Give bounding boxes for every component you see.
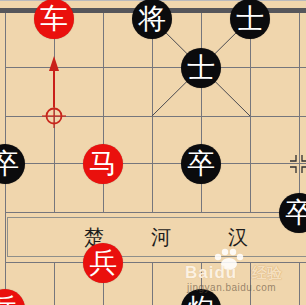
- piece-马-red[interactable]: 马: [83, 144, 123, 184]
- board-cell: [251, 263, 300, 305]
- river-char: 河: [150, 226, 172, 248]
- board-cell: [251, 68, 300, 117]
- xiangqi-board: [5, 13, 306, 305]
- xiangqi-board-screenshot: 楚河汉 车将士士卒马卒卒兵兵炮: [0, 0, 306, 305]
- board-cell: [6, 68, 55, 117]
- board-cell: [300, 263, 306, 305]
- piece-卒-black[interactable]: 卒: [181, 144, 221, 184]
- board-cell: [251, 117, 300, 164]
- board-cell: [300, 117, 306, 164]
- piece-士-black[interactable]: 士: [230, 0, 270, 39]
- piece-将-black[interactable]: 将: [132, 0, 172, 39]
- board-cell: [104, 68, 153, 117]
- board-cell: [55, 68, 104, 117]
- board-cell: [300, 13, 306, 68]
- piece-车-red[interactable]: 车: [34, 0, 74, 39]
- piece-士-black[interactable]: 士: [181, 48, 221, 88]
- river-char: 汉: [227, 226, 249, 248]
- piece-兵-red[interactable]: 兵: [83, 243, 123, 283]
- board-cell: [300, 68, 306, 117]
